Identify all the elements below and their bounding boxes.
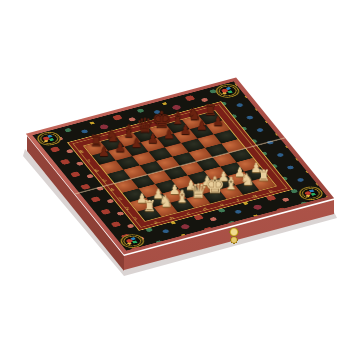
square-d4: [164, 166, 188, 180]
corner-medallion-icon: [118, 233, 146, 249]
clasp-icon: [223, 224, 245, 248]
square-d5: [156, 157, 180, 171]
photo-stage: 87654321 abcdefgh ♜♞♝♛♚♝♞♜♟♟♟♟♟♟♟♟♟♟♟♟♟♟…: [0, 0, 360, 360]
corner-medallion-icon: [214, 83, 242, 99]
corner-medallion-icon: [35, 131, 63, 147]
square-b4: [131, 175, 155, 189]
corner-medallion-icon: [297, 185, 325, 201]
